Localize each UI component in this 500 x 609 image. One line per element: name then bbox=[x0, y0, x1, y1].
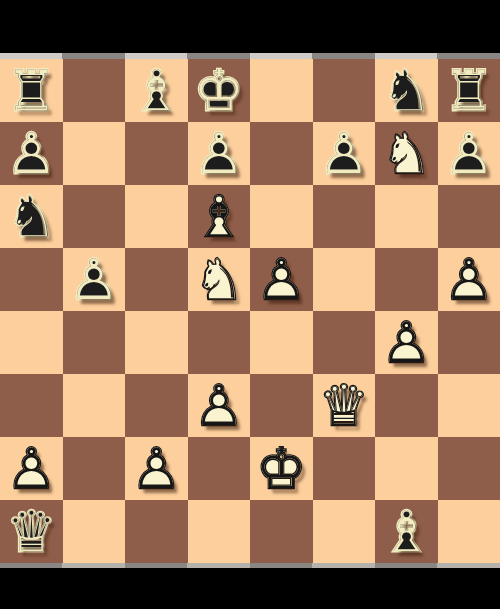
piece-white-pawn[interactable]: ♟♙ bbox=[0, 437, 63, 500]
white-pawn-detail-icon: ♙ bbox=[438, 248, 500, 311]
square-a2[interactable]: ♟♙ bbox=[0, 437, 63, 500]
square-a6[interactable]: ♞♘ bbox=[0, 185, 63, 248]
square-a4[interactable] bbox=[0, 311, 63, 374]
square-d4[interactable] bbox=[188, 311, 251, 374]
square-c6[interactable] bbox=[125, 185, 188, 248]
square-d7[interactable]: ♟♙ bbox=[188, 122, 251, 185]
square-b8[interactable] bbox=[63, 59, 126, 122]
square-e6[interactable] bbox=[250, 185, 313, 248]
piece-white-knight[interactable]: ♞♘ bbox=[375, 122, 438, 185]
piece-black-knight[interactable]: ♞♘ bbox=[0, 185, 63, 248]
square-f8[interactable] bbox=[313, 59, 376, 122]
piece-white-pawn[interactable]: ♟♙ bbox=[250, 248, 313, 311]
square-d6[interactable]: ♝♗ bbox=[188, 185, 251, 248]
square-g8[interactable]: ♞♘ bbox=[375, 59, 438, 122]
white-pawn-detail-icon: ♙ bbox=[375, 311, 438, 374]
piece-black-pawn[interactable]: ♟♙ bbox=[188, 122, 251, 185]
square-g7[interactable]: ♞♘ bbox=[375, 122, 438, 185]
piece-black-pawn[interactable]: ♟♙ bbox=[438, 122, 500, 185]
square-a5[interactable] bbox=[0, 248, 63, 311]
piece-black-king[interactable]: ♚♔ bbox=[188, 59, 251, 122]
black-pawn-detail-icon: ♙ bbox=[313, 122, 376, 185]
piece-white-knight[interactable]: ♞♘ bbox=[188, 248, 251, 311]
square-e2[interactable]: ♚♔ bbox=[250, 437, 313, 500]
black-bishop-detail-icon: ♗ bbox=[375, 500, 438, 563]
black-rook-detail-icon: ♖ bbox=[438, 59, 500, 122]
square-e7[interactable] bbox=[250, 122, 313, 185]
chess-app-window: ♜♖♝♗♚♔♞♘♜♖♟♙♟♙♟♙♞♘♟♙♞♘♝♗♟♙♞♘♟♙♟♙♟♙♟♙♛♕♟♙… bbox=[0, 0, 500, 609]
white-king-detail-icon: ♔ bbox=[250, 437, 313, 500]
black-pawn-detail-icon: ♙ bbox=[438, 122, 500, 185]
piece-white-pawn[interactable]: ♟♙ bbox=[125, 437, 188, 500]
square-b7[interactable] bbox=[63, 122, 126, 185]
square-c1[interactable] bbox=[125, 500, 188, 563]
chess-board: ♜♖♝♗♚♔♞♘♜♖♟♙♟♙♟♙♞♘♟♙♞♘♝♗♟♙♞♘♟♙♟♙♟♙♟♙♛♕♟♙… bbox=[0, 59, 500, 563]
square-e3[interactable] bbox=[250, 374, 313, 437]
square-g6[interactable] bbox=[375, 185, 438, 248]
square-c3[interactable] bbox=[125, 374, 188, 437]
black-rook-detail-icon: ♖ bbox=[0, 59, 63, 122]
piece-black-rook[interactable]: ♜♖ bbox=[438, 59, 500, 122]
square-f6[interactable] bbox=[313, 185, 376, 248]
white-knight-detail-icon: ♘ bbox=[188, 248, 251, 311]
square-c5[interactable] bbox=[125, 248, 188, 311]
square-g3[interactable] bbox=[375, 374, 438, 437]
square-h2[interactable] bbox=[438, 437, 500, 500]
black-queen-detail-icon: ♕ bbox=[0, 500, 63, 563]
black-pawn-detail-icon: ♙ bbox=[63, 248, 126, 311]
square-h7[interactable]: ♟♙ bbox=[438, 122, 500, 185]
piece-white-bishop[interactable]: ♝♗ bbox=[188, 185, 251, 248]
bottom-frame-border bbox=[0, 568, 500, 609]
square-f5[interactable] bbox=[313, 248, 376, 311]
top-frame-border bbox=[0, 0, 500, 53]
square-b4[interactable] bbox=[63, 311, 126, 374]
piece-black-queen[interactable]: ♛♕ bbox=[0, 500, 63, 563]
black-knight-detail-icon: ♘ bbox=[375, 59, 438, 122]
square-c2[interactable]: ♟♙ bbox=[125, 437, 188, 500]
piece-black-pawn[interactable]: ♟♙ bbox=[63, 248, 126, 311]
white-queen-detail-icon: ♕ bbox=[313, 374, 376, 437]
piece-white-queen[interactable]: ♛♕ bbox=[313, 374, 376, 437]
black-pawn-detail-icon: ♙ bbox=[188, 122, 251, 185]
square-b6[interactable] bbox=[63, 185, 126, 248]
square-g4[interactable]: ♟♙ bbox=[375, 311, 438, 374]
square-c7[interactable] bbox=[125, 122, 188, 185]
square-c4[interactable] bbox=[125, 311, 188, 374]
square-h6[interactable] bbox=[438, 185, 500, 248]
square-a7[interactable]: ♟♙ bbox=[0, 122, 63, 185]
square-b3[interactable] bbox=[63, 374, 126, 437]
piece-black-pawn[interactable]: ♟♙ bbox=[313, 122, 376, 185]
black-king-detail-icon: ♔ bbox=[188, 59, 251, 122]
square-a3[interactable] bbox=[0, 374, 63, 437]
square-f3[interactable]: ♛♕ bbox=[313, 374, 376, 437]
square-b1[interactable] bbox=[63, 500, 126, 563]
black-knight-detail-icon: ♘ bbox=[0, 185, 63, 248]
square-b2[interactable] bbox=[63, 437, 126, 500]
white-knight-detail-icon: ♘ bbox=[375, 122, 438, 185]
square-e4[interactable] bbox=[250, 311, 313, 374]
square-e1[interactable] bbox=[250, 500, 313, 563]
square-a1[interactable]: ♛♕ bbox=[0, 500, 63, 563]
piece-white-pawn[interactable]: ♟♙ bbox=[438, 248, 500, 311]
square-h3[interactable] bbox=[438, 374, 500, 437]
piece-black-bishop[interactable]: ♝♗ bbox=[375, 500, 438, 563]
square-h5[interactable]: ♟♙ bbox=[438, 248, 500, 311]
square-h8[interactable]: ♜♖ bbox=[438, 59, 500, 122]
square-f7[interactable]: ♟♙ bbox=[313, 122, 376, 185]
white-bishop-detail-icon: ♗ bbox=[188, 185, 251, 248]
black-bishop-detail-icon: ♗ bbox=[125, 59, 188, 122]
piece-white-king[interactable]: ♚♔ bbox=[250, 437, 313, 500]
square-g5[interactable] bbox=[375, 248, 438, 311]
square-b5[interactable]: ♟♙ bbox=[63, 248, 126, 311]
square-g2[interactable] bbox=[375, 437, 438, 500]
piece-white-pawn[interactable]: ♟♙ bbox=[188, 374, 251, 437]
piece-black-pawn[interactable]: ♟♙ bbox=[0, 122, 63, 185]
white-pawn-detail-icon: ♙ bbox=[250, 248, 313, 311]
square-g1[interactable]: ♝♗ bbox=[375, 500, 438, 563]
piece-black-bishop[interactable]: ♝♗ bbox=[125, 59, 188, 122]
square-e8[interactable] bbox=[250, 59, 313, 122]
square-d5[interactable]: ♞♘ bbox=[188, 248, 251, 311]
square-e5[interactable]: ♟♙ bbox=[250, 248, 313, 311]
black-pawn-detail-icon: ♙ bbox=[0, 122, 63, 185]
white-pawn-detail-icon: ♙ bbox=[188, 374, 251, 437]
square-d1[interactable] bbox=[188, 500, 251, 563]
square-f2[interactable] bbox=[313, 437, 376, 500]
piece-black-knight[interactable]: ♞♘ bbox=[375, 59, 438, 122]
square-a8[interactable]: ♜♖ bbox=[0, 59, 63, 122]
square-h1[interactable] bbox=[438, 500, 500, 563]
square-f1[interactable] bbox=[313, 500, 376, 563]
square-c8[interactable]: ♝♗ bbox=[125, 59, 188, 122]
square-d8[interactable]: ♚♔ bbox=[188, 59, 251, 122]
square-f4[interactable] bbox=[313, 311, 376, 374]
white-pawn-detail-icon: ♙ bbox=[125, 437, 188, 500]
piece-white-pawn[interactable]: ♟♙ bbox=[375, 311, 438, 374]
piece-black-rook[interactable]: ♜♖ bbox=[0, 59, 63, 122]
white-pawn-detail-icon: ♙ bbox=[0, 437, 63, 500]
square-h4[interactable] bbox=[438, 311, 500, 374]
square-d2[interactable] bbox=[188, 437, 251, 500]
square-d3[interactable]: ♟♙ bbox=[188, 374, 251, 437]
